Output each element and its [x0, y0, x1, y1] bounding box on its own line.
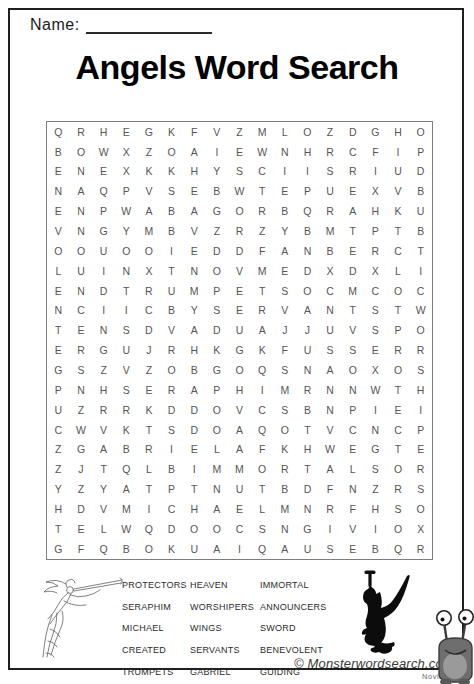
- grid-cell[interactable]: S: [364, 321, 387, 341]
- grid-cell[interactable]: W: [70, 420, 93, 440]
- grid-cell[interactable]: H: [183, 499, 206, 519]
- grid-cell[interactable]: M: [319, 221, 342, 241]
- grid-cell[interactable]: N: [115, 261, 138, 281]
- grid-cell[interactable]: C: [364, 281, 387, 301]
- grid-cell[interactable]: C: [70, 301, 93, 321]
- grid-cell[interactable]: P: [206, 281, 229, 301]
- grid-cell[interactable]: Z: [206, 221, 229, 241]
- grid-cell[interactable]: Y: [47, 480, 70, 500]
- grid-cell[interactable]: H: [296, 440, 319, 460]
- grid-cell[interactable]: P: [409, 142, 432, 162]
- grid-cell[interactable]: E: [228, 301, 251, 321]
- grid-cell[interactable]: Z: [47, 440, 70, 460]
- grid-cell[interactable]: R: [251, 201, 274, 221]
- grid-cell[interactable]: I: [251, 380, 274, 400]
- grid-cell[interactable]: T: [160, 261, 183, 281]
- grid-cell[interactable]: J: [273, 321, 296, 341]
- grid-cell[interactable]: B: [160, 221, 183, 241]
- grid-cell[interactable]: O: [47, 241, 70, 261]
- grid-cell[interactable]: G: [364, 440, 387, 460]
- grid-cell[interactable]: C: [341, 420, 364, 440]
- grid-cell[interactable]: T: [138, 420, 161, 440]
- grid-cell[interactable]: T: [92, 460, 115, 480]
- grid-cell[interactable]: W: [364, 380, 387, 400]
- grid-cell[interactable]: E: [70, 519, 93, 539]
- grid-cell[interactable]: V: [387, 182, 410, 202]
- grid-cell[interactable]: E: [341, 440, 364, 460]
- grid-cell[interactable]: A: [183, 142, 206, 162]
- grid-cell[interactable]: S: [206, 301, 229, 321]
- grid-cell[interactable]: O: [341, 360, 364, 380]
- grid-cell[interactable]: M: [251, 261, 274, 281]
- grid-cell[interactable]: G: [138, 122, 161, 142]
- grid-cell[interactable]: F: [183, 122, 206, 142]
- grid-cell[interactable]: R: [70, 122, 93, 142]
- grid-cell[interactable]: V: [341, 519, 364, 539]
- grid-cell[interactable]: O: [409, 321, 432, 341]
- grid-cell[interactable]: A: [273, 241, 296, 261]
- grid-cell[interactable]: T: [183, 480, 206, 500]
- grid-cell[interactable]: V: [228, 400, 251, 420]
- grid-cell[interactable]: R: [70, 340, 93, 360]
- grid-cell[interactable]: E: [409, 440, 432, 460]
- grid-cell[interactable]: B: [183, 360, 206, 380]
- grid-cell[interactable]: P: [296, 182, 319, 202]
- grid-cell[interactable]: W: [251, 142, 274, 162]
- grid-cell[interactable]: D: [296, 480, 319, 500]
- grid-cell[interactable]: A: [183, 201, 206, 221]
- grid-cell[interactable]: M: [273, 380, 296, 400]
- grid-cell[interactable]: V: [138, 182, 161, 202]
- grid-cell[interactable]: X: [364, 261, 387, 281]
- grid-cell[interactable]: R: [92, 400, 115, 420]
- grid-cell[interactable]: K: [160, 539, 183, 559]
- grid-cell[interactable]: B: [115, 539, 138, 559]
- grid-cell[interactable]: E: [273, 261, 296, 281]
- grid-cell[interactable]: I: [228, 539, 251, 559]
- grid-cell[interactable]: C: [47, 420, 70, 440]
- grid-cell[interactable]: N: [319, 301, 342, 321]
- grid-cell[interactable]: M: [115, 499, 138, 519]
- grid-cell[interactable]: E: [92, 162, 115, 182]
- grid-cell[interactable]: P: [47, 380, 70, 400]
- grid-cell[interactable]: R: [160, 340, 183, 360]
- grid-cell[interactable]: R: [296, 380, 319, 400]
- grid-cell[interactable]: E: [47, 201, 70, 221]
- grid-cell[interactable]: O: [387, 460, 410, 480]
- grid-cell[interactable]: L: [138, 460, 161, 480]
- grid-cell[interactable]: I: [364, 400, 387, 420]
- grid-cell[interactable]: D: [138, 321, 161, 341]
- grid-cell[interactable]: E: [115, 122, 138, 142]
- grid-cell[interactable]: R: [387, 480, 410, 500]
- grid-cell[interactable]: T: [387, 221, 410, 241]
- grid-cell[interactable]: W: [92, 142, 115, 162]
- grid-cell[interactable]: O: [206, 400, 229, 420]
- grid-cell[interactable]: M: [341, 281, 364, 301]
- grid-cell[interactable]: N: [70, 380, 93, 400]
- grid-cell[interactable]: S: [341, 340, 364, 360]
- grid-cell[interactable]: O: [183, 519, 206, 539]
- grid-cell[interactable]: K: [387, 201, 410, 221]
- grid-cell[interactable]: I: [296, 162, 319, 182]
- grid-cell[interactable]: A: [319, 360, 342, 380]
- grid-cell[interactable]: B: [364, 539, 387, 559]
- grid-cell[interactable]: X: [138, 261, 161, 281]
- grid-cell[interactable]: R: [319, 201, 342, 221]
- grid-cell[interactable]: D: [206, 321, 229, 341]
- grid-cell[interactable]: E: [183, 182, 206, 202]
- grid-cell[interactable]: E: [273, 182, 296, 202]
- grid-cell[interactable]: T: [47, 321, 70, 341]
- grid-cell[interactable]: M: [206, 460, 229, 480]
- grid-cell[interactable]: V: [319, 420, 342, 440]
- grid-cell[interactable]: T: [115, 281, 138, 301]
- grid-cell[interactable]: O: [228, 201, 251, 221]
- grid-cell[interactable]: V: [92, 420, 115, 440]
- grid-cell[interactable]: N: [70, 221, 93, 241]
- grid-cell[interactable]: D: [70, 499, 93, 519]
- grid-cell[interactable]: T: [296, 460, 319, 480]
- grid-cell[interactable]: D: [341, 122, 364, 142]
- grid-cell[interactable]: N: [273, 519, 296, 539]
- grid-cell[interactable]: V: [206, 122, 229, 142]
- grid-cell[interactable]: I: [319, 519, 342, 539]
- grid-cell[interactable]: N: [206, 480, 229, 500]
- grid-cell[interactable]: M: [251, 122, 274, 142]
- grid-cell[interactable]: B: [115, 440, 138, 460]
- grid-cell[interactable]: O: [160, 142, 183, 162]
- grid-cell[interactable]: V: [47, 221, 70, 241]
- grid-cell[interactable]: K: [160, 122, 183, 142]
- grid-cell[interactable]: A: [341, 201, 364, 221]
- grid-cell[interactable]: K: [138, 162, 161, 182]
- grid-cell[interactable]: N: [70, 201, 93, 221]
- grid-cell[interactable]: T: [251, 281, 274, 301]
- grid-cell[interactable]: N: [296, 499, 319, 519]
- grid-cell[interactable]: R: [251, 301, 274, 321]
- grid-cell[interactable]: Z: [138, 360, 161, 380]
- grid-cell[interactable]: V: [183, 221, 206, 241]
- grid-cell[interactable]: X: [319, 261, 342, 281]
- grid-cell[interactable]: Y: [183, 301, 206, 321]
- grid-cell[interactable]: X: [115, 142, 138, 162]
- grid-cell[interactable]: U: [115, 340, 138, 360]
- grid-cell[interactable]: I: [273, 162, 296, 182]
- grid-cell[interactable]: A: [206, 539, 229, 559]
- grid-cell[interactable]: U: [387, 162, 410, 182]
- grid-cell[interactable]: H: [228, 380, 251, 400]
- grid-cell[interactable]: F: [70, 539, 93, 559]
- grid-cell[interactable]: G: [70, 440, 93, 460]
- grid-cell[interactable]: T: [341, 301, 364, 321]
- grid-cell[interactable]: O: [296, 281, 319, 301]
- grid-cell[interactable]: A: [183, 380, 206, 400]
- grid-cell[interactable]: I: [364, 519, 387, 539]
- grid-cell[interactable]: A: [183, 321, 206, 341]
- grid-cell[interactable]: G: [47, 360, 70, 380]
- grid-cell[interactable]: E: [228, 142, 251, 162]
- grid-cell[interactable]: N: [47, 301, 70, 321]
- grid-cell[interactable]: L: [47, 261, 70, 281]
- grid-cell[interactable]: R: [115, 400, 138, 420]
- grid-cell[interactable]: C: [251, 400, 274, 420]
- grid-cell[interactable]: U: [70, 261, 93, 281]
- grid-cell[interactable]: O: [409, 122, 432, 142]
- grid-cell[interactable]: Y: [273, 221, 296, 241]
- grid-cell[interactable]: D: [228, 241, 251, 261]
- grid-cell[interactable]: U: [296, 340, 319, 360]
- grid-cell[interactable]: A: [228, 420, 251, 440]
- grid-cell[interactable]: O: [138, 539, 161, 559]
- grid-cell[interactable]: U: [296, 539, 319, 559]
- grid-cell[interactable]: K: [138, 400, 161, 420]
- grid-cell[interactable]: R: [409, 340, 432, 360]
- grid-cell[interactable]: C: [251, 162, 274, 182]
- grid-cell[interactable]: V: [115, 360, 138, 380]
- grid-cell[interactable]: C: [228, 519, 251, 539]
- grid-cell[interactable]: X: [364, 360, 387, 380]
- grid-cell[interactable]: J: [296, 321, 319, 341]
- grid-cell[interactable]: H: [387, 122, 410, 142]
- grid-cell[interactable]: T: [341, 221, 364, 241]
- grid-cell[interactable]: D: [409, 162, 432, 182]
- grid-cell[interactable]: J: [138, 340, 161, 360]
- grid-cell[interactable]: O: [206, 420, 229, 440]
- grid-cell[interactable]: I: [92, 301, 115, 321]
- grid-cell[interactable]: O: [115, 241, 138, 261]
- grid-cell[interactable]: E: [341, 539, 364, 559]
- grid-cell[interactable]: D: [206, 241, 229, 261]
- grid-cell[interactable]: U: [409, 201, 432, 221]
- grid-cell[interactable]: S: [160, 182, 183, 202]
- grid-cell[interactable]: R: [409, 539, 432, 559]
- grid-cell[interactable]: U: [319, 182, 342, 202]
- grid-cell[interactable]: S: [364, 460, 387, 480]
- grid-cell[interactable]: N: [364, 420, 387, 440]
- grid-cell[interactable]: S: [228, 162, 251, 182]
- grid-cell[interactable]: L: [387, 261, 410, 281]
- grid-cell[interactable]: N: [47, 182, 70, 202]
- grid-cell[interactable]: S: [273, 400, 296, 420]
- grid-cell[interactable]: C: [387, 420, 410, 440]
- grid-cell[interactable]: I: [206, 142, 229, 162]
- grid-cell[interactable]: M: [183, 281, 206, 301]
- grid-cell[interactable]: E: [138, 380, 161, 400]
- grid-cell[interactable]: G: [47, 539, 70, 559]
- grid-cell[interactable]: E: [341, 241, 364, 261]
- grid-cell[interactable]: S: [115, 380, 138, 400]
- grid-cell[interactable]: N: [296, 241, 319, 261]
- grid-cell[interactable]: B: [273, 480, 296, 500]
- grid-cell[interactable]: E: [70, 321, 93, 341]
- grid-cell[interactable]: L: [341, 460, 364, 480]
- grid-cell[interactable]: I: [409, 400, 432, 420]
- grid-cell[interactable]: B: [409, 221, 432, 241]
- grid-cell[interactable]: E: [47, 162, 70, 182]
- grid-cell[interactable]: N: [341, 480, 364, 500]
- grid-cell[interactable]: G: [364, 122, 387, 142]
- grid-cell[interactable]: A: [92, 440, 115, 460]
- grid-cell[interactable]: O: [387, 519, 410, 539]
- grid-cell[interactable]: B: [409, 182, 432, 202]
- grid-cell[interactable]: P: [364, 221, 387, 241]
- grid-cell[interactable]: R: [273, 460, 296, 480]
- grid-cell[interactable]: T: [138, 480, 161, 500]
- grid-cell[interactable]: Q: [251, 539, 274, 559]
- grid-cell[interactable]: P: [409, 420, 432, 440]
- grid-cell[interactable]: G: [228, 340, 251, 360]
- grid-cell[interactable]: W: [115, 519, 138, 539]
- grid-cell[interactable]: P: [341, 400, 364, 420]
- grid-cell[interactable]: I: [115, 301, 138, 321]
- grid-cell[interactable]: G: [92, 340, 115, 360]
- grid-cell[interactable]: B: [319, 241, 342, 261]
- grid-cell[interactable]: A: [319, 460, 342, 480]
- grid-cell[interactable]: R: [160, 380, 183, 400]
- grid-cell[interactable]: N: [183, 261, 206, 281]
- grid-cell[interactable]: C: [319, 281, 342, 301]
- grid-cell[interactable]: O: [70, 142, 93, 162]
- grid-cell[interactable]: H: [47, 499, 70, 519]
- grid-cell[interactable]: I: [387, 142, 410, 162]
- grid-cell[interactable]: D: [296, 261, 319, 281]
- grid-cell[interactable]: R: [364, 241, 387, 261]
- grid-cell[interactable]: N: [319, 400, 342, 420]
- grid-cell[interactable]: I: [409, 261, 432, 281]
- grid-cell[interactable]: E: [47, 281, 70, 301]
- grid-cell[interactable]: S: [273, 281, 296, 301]
- grid-cell[interactable]: O: [160, 360, 183, 380]
- grid-cell[interactable]: M: [273, 499, 296, 519]
- grid-cell[interactable]: W: [115, 201, 138, 221]
- grid-cell[interactable]: T: [251, 480, 274, 500]
- grid-cell[interactable]: H: [364, 201, 387, 221]
- grid-cell[interactable]: C: [138, 301, 161, 321]
- grid-cell[interactable]: V: [160, 321, 183, 341]
- grid-cell[interactable]: P: [160, 480, 183, 500]
- grid-cell[interactable]: U: [47, 400, 70, 420]
- grid-cell[interactable]: O: [138, 241, 161, 261]
- grid-cell[interactable]: V: [341, 321, 364, 341]
- grid-cell[interactable]: N: [341, 380, 364, 400]
- grid-cell[interactable]: B: [206, 182, 229, 202]
- grid-cell[interactable]: R: [319, 142, 342, 162]
- grid-cell[interactable]: X: [115, 162, 138, 182]
- grid-cell[interactable]: U: [183, 539, 206, 559]
- grid-cell[interactable]: B: [47, 142, 70, 162]
- grid-cell[interactable]: T: [251, 182, 274, 202]
- grid-cell[interactable]: T: [409, 241, 432, 261]
- grid-cell[interactable]: T: [387, 440, 410, 460]
- grid-cell[interactable]: Q: [92, 539, 115, 559]
- grid-cell[interactable]: U: [228, 480, 251, 500]
- grid-cell[interactable]: S: [70, 360, 93, 380]
- grid-cell[interactable]: O: [206, 519, 229, 539]
- grid-cell[interactable]: R: [138, 281, 161, 301]
- grid-cell[interactable]: E: [183, 440, 206, 460]
- grid-cell[interactable]: H: [92, 122, 115, 142]
- name-input-line[interactable]: [86, 18, 212, 34]
- grid-cell[interactable]: R: [228, 221, 251, 241]
- grid-cell[interactable]: Q: [138, 519, 161, 539]
- grid-cell[interactable]: F: [251, 241, 274, 261]
- grid-cell[interactable]: Y: [92, 480, 115, 500]
- grid-cell[interactable]: E: [341, 182, 364, 202]
- grid-cell[interactable]: H: [92, 380, 115, 400]
- grid-cell[interactable]: B: [160, 460, 183, 480]
- grid-cell[interactable]: K: [251, 340, 274, 360]
- grid-cell[interactable]: V: [92, 499, 115, 519]
- grid-cell[interactable]: U: [228, 321, 251, 341]
- grid-cell[interactable]: T: [387, 380, 410, 400]
- grid-cell[interactable]: A: [251, 321, 274, 341]
- grid-cell[interactable]: U: [319, 321, 342, 341]
- grid-cell[interactable]: O: [206, 261, 229, 281]
- grid-cell[interactable]: A: [296, 301, 319, 321]
- grid-cell[interactable]: D: [183, 420, 206, 440]
- grid-cell[interactable]: F: [319, 480, 342, 500]
- grid-cell[interactable]: L: [251, 499, 274, 519]
- grid-cell[interactable]: D: [341, 261, 364, 281]
- grid-cell[interactable]: B: [296, 221, 319, 241]
- grid-cell[interactable]: S: [251, 519, 274, 539]
- grid-cell[interactable]: A: [70, 182, 93, 202]
- grid-cell[interactable]: P: [115, 182, 138, 202]
- grid-cell[interactable]: Z: [364, 480, 387, 500]
- grid-cell[interactable]: N: [70, 162, 93, 182]
- grid-cell[interactable]: K: [160, 162, 183, 182]
- grid-cell[interactable]: H: [364, 499, 387, 519]
- grid-cell[interactable]: Z: [70, 480, 93, 500]
- grid-cell[interactable]: T: [387, 301, 410, 321]
- grid-cell[interactable]: Z: [70, 400, 93, 420]
- grid-cell[interactable]: R: [138, 440, 161, 460]
- grid-cell[interactable]: L: [273, 122, 296, 142]
- grid-cell[interactable]: S: [115, 321, 138, 341]
- grid-cell[interactable]: Z: [228, 122, 251, 142]
- grid-cell[interactable]: D: [183, 400, 206, 420]
- grid-cell[interactable]: X: [364, 182, 387, 202]
- grid-cell[interactable]: U: [160, 281, 183, 301]
- grid-cell[interactable]: K: [273, 440, 296, 460]
- grid-cell[interactable]: V: [228, 261, 251, 281]
- grid-cell[interactable]: Z: [251, 221, 274, 241]
- grid-cell[interactable]: L: [206, 440, 229, 460]
- grid-cell[interactable]: F: [341, 499, 364, 519]
- grid-cell[interactable]: O: [228, 360, 251, 380]
- grid-cell[interactable]: G: [296, 519, 319, 539]
- grid-cell[interactable]: K: [115, 420, 138, 440]
- grid-cell[interactable]: T: [296, 420, 319, 440]
- grid-cell[interactable]: S: [387, 499, 410, 519]
- grid-cell[interactable]: I: [183, 460, 206, 480]
- grid-cell[interactable]: Y: [115, 221, 138, 241]
- grid-cell[interactable]: R: [387, 340, 410, 360]
- grid-cell[interactable]: S: [319, 162, 342, 182]
- grid-cell[interactable]: G: [92, 221, 115, 241]
- grid-cell[interactable]: A: [273, 539, 296, 559]
- grid-cell[interactable]: Q: [296, 201, 319, 221]
- grid-cell[interactable]: G: [206, 201, 229, 221]
- grid-cell[interactable]: Q: [92, 182, 115, 202]
- grid-cell[interactable]: C: [409, 281, 432, 301]
- grid-cell[interactable]: P: [387, 321, 410, 341]
- grid-cell[interactable]: B: [160, 301, 183, 321]
- grid-cell[interactable]: U: [92, 241, 115, 261]
- grid-cell[interactable]: D: [160, 519, 183, 539]
- grid-cell[interactable]: M: [138, 221, 161, 241]
